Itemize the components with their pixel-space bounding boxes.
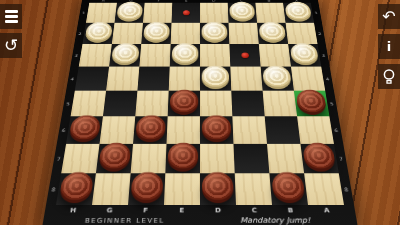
red-piece-B8[interactable] xyxy=(271,175,305,203)
square-D3 xyxy=(200,44,230,67)
piece-face xyxy=(116,2,143,20)
square-F5 xyxy=(135,91,168,117)
square-E1[interactable] xyxy=(171,3,200,23)
checkers-board: HGFEDCBA 12345678 12345678 HGFEDCBA BEGI… xyxy=(42,0,359,225)
square-D4[interactable] xyxy=(200,67,231,91)
square-A3[interactable] xyxy=(288,44,321,67)
square-H7 xyxy=(61,144,99,173)
piece-face xyxy=(259,22,287,41)
square-E6 xyxy=(167,116,200,143)
square-E7[interactable] xyxy=(165,144,200,173)
checkers-app-screen: HGFEDCBA 12345678 12345678 HGFEDCBA BEGI… xyxy=(0,0,400,225)
square-C5[interactable] xyxy=(231,91,264,117)
square-C8 xyxy=(235,173,272,205)
square-A7[interactable] xyxy=(300,144,338,173)
white-piece-D4[interactable] xyxy=(202,68,230,89)
board-status-bar: BEGINNER LEVEL Mandatory Jump! xyxy=(42,216,359,225)
square-D5 xyxy=(200,91,232,117)
piece-face xyxy=(59,172,94,200)
square-C1[interactable] xyxy=(228,3,257,23)
piece-face xyxy=(85,22,113,41)
square-E3[interactable] xyxy=(170,44,200,67)
square-B8[interactable] xyxy=(269,173,308,205)
red-piece-E7[interactable] xyxy=(167,145,198,171)
square-G4 xyxy=(106,67,139,91)
square-C4 xyxy=(230,67,262,91)
red-piece-E5[interactable] xyxy=(169,92,198,115)
red-piece-H6[interactable] xyxy=(68,118,101,142)
white-piece-G1[interactable] xyxy=(116,4,143,22)
piece-face xyxy=(98,143,131,169)
white-piece-G3[interactable] xyxy=(111,45,140,65)
restart-icon[interactable]: ↺ xyxy=(0,33,22,58)
piece-face xyxy=(202,22,228,41)
piece-face xyxy=(69,115,102,139)
square-H2[interactable] xyxy=(82,23,114,44)
file-labels-bottom: HGFEDCBA xyxy=(54,206,346,216)
square-F4[interactable] xyxy=(137,67,169,91)
square-A1[interactable] xyxy=(283,3,314,23)
square-E8 xyxy=(164,173,200,205)
undo-glyph: ↶ xyxy=(382,9,395,25)
square-C7[interactable] xyxy=(233,144,269,173)
red-piece-F6[interactable] xyxy=(135,118,166,142)
square-F3 xyxy=(139,44,170,67)
square-A5[interactable] xyxy=(294,91,330,117)
board-scene: HGFEDCBA 12345678 12345678 HGFEDCBA BEGI… xyxy=(0,0,400,225)
white-piece-A1[interactable] xyxy=(285,4,313,22)
red-piece-D6[interactable] xyxy=(202,118,232,142)
piece-face xyxy=(111,43,139,63)
square-H8[interactable] xyxy=(56,173,96,205)
info-icon[interactable]: i xyxy=(378,34,400,59)
file-label-H: H xyxy=(54,206,92,216)
square-G8 xyxy=(92,173,131,205)
piece-face xyxy=(143,22,170,41)
square-D1 xyxy=(200,3,229,23)
level-label: BEGINNER LEVEL xyxy=(84,217,164,225)
square-E2 xyxy=(171,23,200,44)
jump-target-dot-E1[interactable] xyxy=(182,10,189,15)
piece-face xyxy=(202,115,232,139)
piece-face xyxy=(302,143,336,169)
square-A4 xyxy=(291,67,325,91)
square-F1 xyxy=(143,3,172,23)
piece-face xyxy=(290,43,319,63)
piece-face xyxy=(202,172,234,200)
white-piece-B2[interactable] xyxy=(259,24,287,43)
square-G5[interactable] xyxy=(103,91,137,117)
square-G2 xyxy=(112,23,143,44)
square-G6 xyxy=(100,116,136,143)
square-D8[interactable] xyxy=(200,173,236,205)
white-piece-E3[interactable] xyxy=(171,45,198,65)
square-F8[interactable] xyxy=(128,173,165,205)
white-piece-B4[interactable] xyxy=(262,68,292,89)
red-piece-H8[interactable] xyxy=(58,175,93,203)
square-E4 xyxy=(169,67,200,91)
square-G3[interactable] xyxy=(109,44,141,67)
file-label-B: B xyxy=(272,206,309,216)
piece-face xyxy=(130,172,163,200)
lightbulb-glyph xyxy=(382,68,396,86)
file-label-E: E xyxy=(164,206,200,216)
menu-icon[interactable] xyxy=(0,4,22,29)
white-piece-D2[interactable] xyxy=(202,24,228,43)
square-A8 xyxy=(304,173,344,205)
square-G1[interactable] xyxy=(114,3,144,23)
square-A2 xyxy=(286,23,318,44)
square-H1 xyxy=(86,3,117,23)
square-G7[interactable] xyxy=(96,144,133,173)
file-label-G: G xyxy=(91,206,128,216)
hint-lightbulb-icon[interactable] xyxy=(378,64,400,89)
square-D6[interactable] xyxy=(200,116,233,143)
menu-bar xyxy=(5,10,18,12)
square-H4[interactable] xyxy=(75,67,109,91)
piece-face xyxy=(170,90,199,113)
file-label-C: C xyxy=(236,206,273,216)
square-B7 xyxy=(267,144,304,173)
white-piece-A3[interactable] xyxy=(290,45,319,65)
square-B3 xyxy=(259,44,291,67)
piece-face xyxy=(284,2,311,20)
piece-face xyxy=(135,115,166,139)
red-piece-A7[interactable] xyxy=(303,145,337,171)
piece-face xyxy=(296,90,327,113)
square-A6 xyxy=(297,116,334,143)
file-label-D: D xyxy=(200,206,236,216)
square-F2[interactable] xyxy=(141,23,171,44)
jump-target-dot-C3[interactable] xyxy=(241,52,249,58)
square-H5 xyxy=(71,91,107,117)
square-E5[interactable] xyxy=(168,91,200,117)
square-F6[interactable] xyxy=(133,116,168,143)
square-C2 xyxy=(229,23,259,44)
piece-face xyxy=(229,2,255,20)
white-piece-F2[interactable] xyxy=(143,24,170,43)
square-F7 xyxy=(131,144,167,173)
square-C6 xyxy=(232,116,267,143)
mandatory-jump-message: Mandatory Jump! xyxy=(240,216,311,225)
board-grid xyxy=(56,3,344,205)
red-piece-A5[interactable] xyxy=(296,92,328,115)
piece-face xyxy=(262,66,291,87)
white-piece-H2[interactable] xyxy=(84,24,112,43)
white-piece-C1[interactable] xyxy=(229,4,255,22)
menu-bar xyxy=(5,15,18,17)
square-B2[interactable] xyxy=(257,23,288,44)
square-H3 xyxy=(79,44,112,67)
square-B4[interactable] xyxy=(261,67,294,91)
red-piece-F8[interactable] xyxy=(130,175,163,203)
square-C3[interactable] xyxy=(229,44,260,67)
square-B5 xyxy=(263,91,297,117)
square-H6[interactable] xyxy=(66,116,103,143)
red-piece-D8[interactable] xyxy=(202,175,234,203)
piece-face xyxy=(172,43,199,63)
piece-face xyxy=(202,66,230,87)
red-piece-G7[interactable] xyxy=(98,145,131,171)
piece-face xyxy=(271,172,305,200)
square-B1 xyxy=(255,3,285,23)
undo-icon[interactable]: ↶ xyxy=(378,4,400,29)
menu-bar xyxy=(5,20,18,22)
square-D2[interactable] xyxy=(200,23,229,44)
square-D7 xyxy=(200,144,235,173)
file-label-F: F xyxy=(127,206,164,216)
piece-face xyxy=(167,143,198,169)
restart-glyph: ↺ xyxy=(4,37,18,54)
file-label-A: A xyxy=(308,206,346,216)
square-B6[interactable] xyxy=(265,116,301,143)
info-glyph: i xyxy=(387,39,391,54)
